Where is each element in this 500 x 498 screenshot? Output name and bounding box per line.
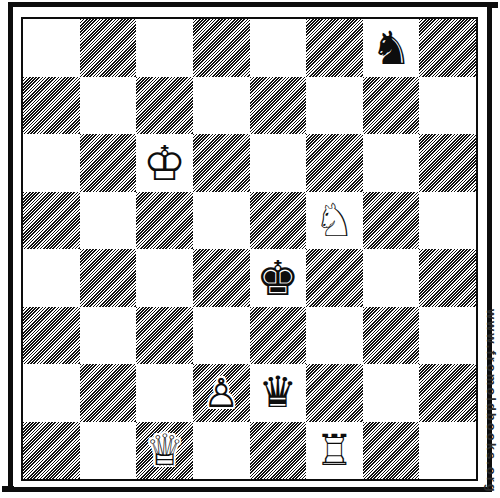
square-b4 [80,249,137,307]
square-b3 [80,307,137,365]
square-c4 [136,249,193,307]
square-f3 [306,307,363,365]
square-e5 [250,192,307,250]
square-e7 [250,77,307,135]
square-d1 [193,422,250,480]
square-h3 [419,307,476,365]
square-a7 [23,77,80,135]
black-queen-icon: ♛ [250,364,307,422]
frame-stroke-overshoot-bottom-left [2,486,14,492]
square-b2 [80,364,137,422]
square-a8 [23,19,80,77]
square-g6 [363,134,420,192]
square-a2 [23,364,80,422]
square-f6 [306,134,363,192]
black-king-icon: ♚ [250,249,307,307]
square-c8 [136,19,193,77]
square-d5 [193,192,250,250]
square-d7 [193,77,250,135]
white-queen-icon: ♕ [136,422,193,480]
square-h1 [419,422,476,480]
white-pawn-icon: ♙ [193,364,250,422]
square-d4 [193,249,250,307]
square-f1: ♜♖ [306,422,363,480]
square-d8 [193,19,250,77]
square-h2 [419,364,476,422]
square-b7 [80,77,137,135]
square-g8: ♞ [363,19,420,77]
square-h5 [419,192,476,250]
square-d6 [193,134,250,192]
white-king-icon: ♔ [136,134,193,192]
square-f7 [306,77,363,135]
book-diagram-page: ♞♚♔♞♘♚♟♙♛♛♕♜♖ www.fromoldbooks.org [0,0,500,498]
square-a3 [23,307,80,365]
watermark-text: www.fromoldbooks.org [484,309,499,494]
square-c2 [136,364,193,422]
square-g3 [363,307,420,365]
white-rook: ♜♖ [306,422,363,480]
square-g1 [363,422,420,480]
square-a1 [23,422,80,480]
square-c5 [136,192,193,250]
square-b6 [80,134,137,192]
square-e3 [250,307,307,365]
frame-stroke-overshoot-top-right [487,2,498,8]
square-b1 [80,422,137,480]
square-a6 [23,134,80,192]
square-h8 [419,19,476,77]
square-e2: ♛ [250,364,307,422]
square-e1 [250,422,307,480]
chess-board: ♞♚♔♞♘♚♟♙♛♛♕♜♖ [23,19,476,479]
square-c7 [136,77,193,135]
black-king: ♚ [250,249,307,307]
square-d2: ♟♙ [193,364,250,422]
square-c3 [136,307,193,365]
square-b8 [80,19,137,77]
black-queen: ♛ [250,364,307,422]
black-knight-icon: ♞ [363,19,420,77]
white-knight-icon: ♘ [306,192,363,250]
square-e4: ♚ [250,249,307,307]
square-b5 [80,192,137,250]
white-pawn: ♟♙ [193,364,250,422]
white-knight: ♞♘ [306,192,363,250]
square-c1: ♛♕ [136,422,193,480]
white-queen: ♛♕ [136,422,193,480]
square-e6 [250,134,307,192]
square-f4 [306,249,363,307]
square-g5 [363,192,420,250]
square-a5 [23,192,80,250]
white-king: ♚♔ [136,134,193,192]
square-a4 [23,249,80,307]
square-h4 [419,249,476,307]
square-h7 [419,77,476,135]
white-rook-icon: ♖ [306,422,363,480]
square-e8 [250,19,307,77]
square-d3 [193,307,250,365]
square-f2 [306,364,363,422]
square-g4 [363,249,420,307]
square-f8 [306,19,363,77]
square-h6 [419,134,476,192]
square-g2 [363,364,420,422]
square-c6: ♚♔ [136,134,193,192]
black-knight: ♞ [363,19,420,77]
square-f5: ♞♘ [306,192,363,250]
square-g7 [363,77,420,135]
